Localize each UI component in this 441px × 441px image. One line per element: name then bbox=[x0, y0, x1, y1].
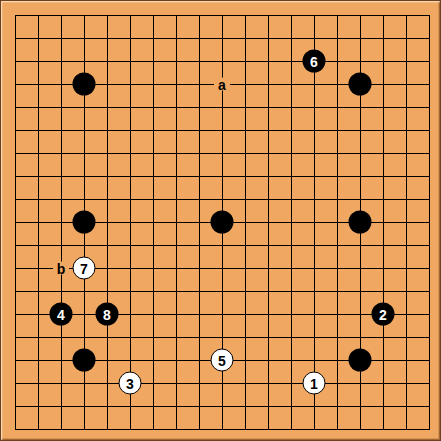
point-label-a: a bbox=[214, 78, 230, 91]
go-stone-black[interactable] bbox=[349, 73, 372, 96]
go-stone-white-move-7[interactable]: 7 bbox=[73, 257, 96, 280]
go-stone-white-move-3[interactable]: 3 bbox=[119, 372, 142, 395]
go-stone-black-move-6[interactable]: 6 bbox=[303, 50, 326, 73]
go-stone-black[interactable] bbox=[349, 211, 372, 234]
go-stone-white-move-5[interactable]: 5 bbox=[211, 349, 234, 372]
go-stone-black[interactable] bbox=[73, 73, 96, 96]
go-stone-black-move-2[interactable]: 2 bbox=[372, 303, 395, 326]
go-stone-black-move-8[interactable]: 8 bbox=[96, 303, 119, 326]
go-stone-black[interactable] bbox=[73, 349, 96, 372]
go-stone-black[interactable] bbox=[349, 349, 372, 372]
go-stone-black[interactable] bbox=[211, 211, 234, 234]
go-stone-black[interactable] bbox=[73, 211, 96, 234]
go-board[interactable]: 12345678ab bbox=[0, 0, 441, 441]
go-stone-white-move-1[interactable]: 1 bbox=[303, 372, 326, 395]
point-label-b: b bbox=[53, 262, 69, 275]
go-stone-black-move-4[interactable]: 4 bbox=[50, 303, 73, 326]
